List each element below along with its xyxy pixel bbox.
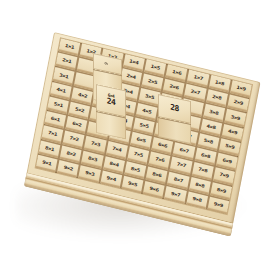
tile-label: 7×4 bbox=[112, 146, 122, 153]
tile-label: 2×7 bbox=[190, 89, 200, 96]
tile-label: 5×9 bbox=[225, 143, 235, 150]
raised-answer-cube-24[interactable]: 6×4 24 bbox=[96, 84, 126, 139]
tile-label: 7×6 bbox=[155, 157, 165, 164]
tile-label: 8×2 bbox=[66, 150, 76, 157]
tile-label: 9×3 bbox=[85, 170, 95, 177]
tile-label: 7×8 bbox=[198, 167, 208, 174]
tile-label: 6×5 bbox=[136, 137, 146, 144]
tile-label: 2×9 bbox=[233, 99, 243, 106]
tile-label: 1×6 bbox=[172, 69, 182, 76]
tile-label: 1×8 bbox=[215, 80, 225, 87]
tile-label: 1×1 bbox=[65, 43, 75, 50]
tile-label: 8×6 bbox=[152, 171, 162, 178]
tile-label: 8×8 bbox=[195, 182, 205, 189]
tile-label: 5×8 bbox=[203, 138, 213, 145]
tile-label: 9×5 bbox=[128, 181, 138, 188]
tile-label: 6×8 bbox=[201, 153, 211, 160]
tile-9×9[interactable]: 9×9 bbox=[207, 196, 229, 214]
tile-label: 9×2 bbox=[63, 165, 73, 172]
tile-label: 5×1 bbox=[53, 101, 63, 108]
tile-label: 8×9 bbox=[216, 187, 226, 194]
tile-label: 3×1 bbox=[59, 72, 69, 79]
tile-label: 4×9 bbox=[228, 129, 238, 136]
tile-label: 2×8 bbox=[212, 94, 222, 101]
tile-label: 3×8 bbox=[209, 109, 219, 116]
tile-label: 6×6 bbox=[158, 142, 168, 149]
tile-label: 2×6 bbox=[169, 84, 179, 91]
tile-label: 4×8 bbox=[206, 123, 216, 130]
tile-label: 6×9 bbox=[222, 158, 232, 165]
tile-label: 7×1 bbox=[48, 131, 58, 138]
tile-label: 1×5 bbox=[150, 64, 160, 71]
tile-label: 1×7 bbox=[193, 74, 203, 81]
tile-label: 8×3 bbox=[88, 156, 98, 163]
raised-answer-cube-28[interactable]: 28 bbox=[158, 94, 191, 144]
tile-label: 2×4 bbox=[126, 73, 136, 80]
tile-label: 9×7 bbox=[171, 191, 181, 198]
tile-label: 6×2 bbox=[72, 121, 82, 128]
tile-label: 4×5 bbox=[142, 108, 152, 115]
tile-label: 7×2 bbox=[69, 136, 79, 143]
tile-label: 8×7 bbox=[173, 176, 183, 183]
tile-label: 5×5 bbox=[139, 122, 149, 129]
tile-label: 7×7 bbox=[176, 162, 186, 169]
tile-label: 1×9 bbox=[236, 85, 246, 92]
tile-label: 6×1 bbox=[50, 116, 60, 123]
tile-label: 9×9 bbox=[213, 201, 223, 208]
tile-label: 1×4 bbox=[129, 59, 139, 66]
tile-label: 9×4 bbox=[106, 175, 116, 182]
tile-label: 8×1 bbox=[45, 145, 55, 152]
tile-label: 3×5 bbox=[145, 93, 155, 100]
tile-label: 2×1 bbox=[62, 58, 72, 65]
answer-cube-28-answer: 28 bbox=[170, 104, 179, 115]
tile-label: 2×5 bbox=[148, 79, 158, 86]
tile-label: 7×3 bbox=[90, 141, 100, 148]
tile-label: 7×9 bbox=[219, 172, 229, 179]
tile-label: 3×9 bbox=[230, 114, 240, 121]
tile-label: 9×1 bbox=[42, 160, 52, 167]
tile-label: 7×5 bbox=[133, 151, 143, 158]
tile-label: 4×2 bbox=[78, 92, 88, 99]
tile-label: 8×4 bbox=[109, 161, 119, 168]
answer-cube-24-answer: 24 bbox=[107, 98, 116, 109]
tile-label: 6×7 bbox=[179, 147, 189, 154]
tile-label: 4×1 bbox=[56, 87, 66, 94]
tile-9×4[interactable]: 9×4 bbox=[100, 170, 122, 188]
tile-label: 5×2 bbox=[75, 107, 85, 114]
tile-label: 9×6 bbox=[149, 186, 159, 193]
standing-cube-print: 9 bbox=[105, 62, 110, 66]
product-photo-stage: 1×11×21×31×41×51×61×71×81×92×12×32×42×52… bbox=[0, 0, 275, 275]
tile-label: 9×8 bbox=[192, 196, 202, 203]
tile-label: 8×5 bbox=[131, 166, 141, 173]
